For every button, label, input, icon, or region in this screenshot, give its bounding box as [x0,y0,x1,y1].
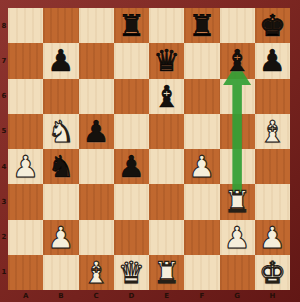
square-g4[interactable] [220,149,255,184]
file-label-c: C [79,290,114,302]
square-a5[interactable] [8,114,43,149]
black-bishop-e6[interactable]: ♝ [149,79,184,114]
square-h5[interactable]: ♝ [255,114,290,149]
square-g6[interactable] [220,79,255,114]
square-g1[interactable] [220,255,255,290]
square-a4[interactable]: ♟ [8,149,43,184]
square-h4[interactable] [255,149,290,184]
square-e4[interactable] [149,149,184,184]
white-pawn-h2[interactable]: ♟ [255,220,290,255]
square-d5[interactable] [114,114,149,149]
square-g8[interactable] [220,8,255,43]
rank-label-5: 5 [0,114,8,149]
square-e1[interactable]: ♜ [149,255,184,290]
square-f8[interactable]: ♜ [184,8,219,43]
square-e7[interactable]: ♛ [149,43,184,78]
square-d1[interactable]: ♛ [114,255,149,290]
square-b2[interactable]: ♟ [43,220,78,255]
square-f2[interactable] [184,220,219,255]
white-knight-b5[interactable]: ♞ [43,114,78,149]
rank-label-4: 4 [0,149,8,184]
square-h8[interactable]: ♚ [255,8,290,43]
square-e5[interactable] [149,114,184,149]
black-rook-d8[interactable]: ♜ [114,8,149,43]
white-rook-e1[interactable]: ♜ [149,255,184,290]
square-b4[interactable]: ♞ [43,149,78,184]
square-f5[interactable] [184,114,219,149]
square-a1[interactable] [8,255,43,290]
square-b5[interactable]: ♞ [43,114,78,149]
square-c3[interactable] [79,184,114,219]
rank-label-6: 6 [0,79,8,114]
square-b6[interactable] [43,79,78,114]
black-knight-b4[interactable]: ♞ [43,149,78,184]
chess-board-frame: 87654321 ♜♜♚♟♛♝♟♝♞♟♝♟♞♟♟♜♟♟♟♝♛♜♚ ABCDEFG… [0,0,300,302]
black-pawn-d4[interactable]: ♟ [114,149,149,184]
white-bishop-h5[interactable]: ♝ [255,114,290,149]
square-d6[interactable] [114,79,149,114]
square-d4[interactable]: ♟ [114,149,149,184]
square-c8[interactable] [79,8,114,43]
white-bishop-c1[interactable]: ♝ [79,255,114,290]
square-g7[interactable]: ♝ [220,43,255,78]
square-e6[interactable]: ♝ [149,79,184,114]
white-pawn-g2[interactable]: ♟ [220,220,255,255]
square-g3[interactable]: ♜ [220,184,255,219]
square-f6[interactable] [184,79,219,114]
black-pawn-c5[interactable]: ♟ [79,114,114,149]
black-queen-e7[interactable]: ♛ [149,43,184,78]
square-d3[interactable] [114,184,149,219]
file-label-h: H [255,290,290,302]
rank-label-1: 1 [0,255,8,290]
file-label-d: D [114,290,149,302]
square-c5[interactable]: ♟ [79,114,114,149]
square-b3[interactable] [43,184,78,219]
square-e3[interactable] [149,184,184,219]
square-h6[interactable] [255,79,290,114]
square-d2[interactable] [114,220,149,255]
square-b8[interactable] [43,8,78,43]
file-label-f: F [184,290,219,302]
file-label-g: G [220,290,255,302]
square-c6[interactable] [79,79,114,114]
file-label-a: A [8,290,43,302]
rank-label-8: 8 [0,8,8,43]
file-label-e: E [149,290,184,302]
square-c4[interactable] [79,149,114,184]
square-a2[interactable] [8,220,43,255]
white-queen-d1[interactable]: ♛ [114,255,149,290]
square-f3[interactable] [184,184,219,219]
square-c2[interactable] [79,220,114,255]
square-c1[interactable]: ♝ [79,255,114,290]
rank-label-7: 7 [0,43,8,78]
square-h1[interactable]: ♚ [255,255,290,290]
rank-label-2: 2 [0,220,8,255]
black-pawn-b7[interactable]: ♟ [43,43,78,78]
square-e8[interactable] [149,8,184,43]
black-pawn-h7[interactable]: ♟ [255,43,290,78]
square-d8[interactable]: ♜ [114,8,149,43]
square-f7[interactable] [184,43,219,78]
white-king-h1[interactable]: ♚ [255,255,290,290]
square-h3[interactable] [255,184,290,219]
square-f4[interactable]: ♟ [184,149,219,184]
square-a8[interactable] [8,8,43,43]
square-b7[interactable]: ♟ [43,43,78,78]
square-a3[interactable] [8,184,43,219]
white-rook-g3[interactable]: ♜ [220,184,255,219]
black-bishop-g7[interactable]: ♝ [220,43,255,78]
square-b1[interactable] [43,255,78,290]
white-pawn-f4[interactable]: ♟ [184,149,219,184]
chess-board: ♜♜♚♟♛♝♟♝♞♟♝♟♞♟♟♜♟♟♟♝♛♜♚ [8,8,290,290]
white-pawn-b2[interactable]: ♟ [43,220,78,255]
white-pawn-a4[interactable]: ♟ [8,149,43,184]
rank-labels: 87654321 [0,8,8,290]
square-a6[interactable] [8,79,43,114]
square-e2[interactable] [149,220,184,255]
square-g5[interactable] [220,114,255,149]
square-f1[interactable] [184,255,219,290]
black-king-h8[interactable]: ♚ [255,8,290,43]
square-h7[interactable]: ♟ [255,43,290,78]
square-g2[interactable]: ♟ [220,220,255,255]
file-labels: ABCDEFGH [8,290,290,302]
file-label-b: B [43,290,78,302]
square-d7[interactable] [114,43,149,78]
square-a7[interactable] [8,43,43,78]
rank-label-3: 3 [0,184,8,219]
black-rook-f8[interactable]: ♜ [184,8,219,43]
square-c7[interactable] [79,43,114,78]
square-h2[interactable]: ♟ [255,220,290,255]
